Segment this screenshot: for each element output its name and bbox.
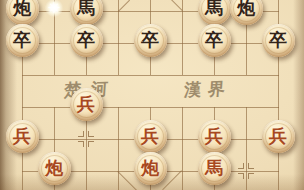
point-marker-corner	[88, 141, 94, 147]
piece-red-soldier[interactable]: 兵	[70, 88, 103, 121]
piece-red-cannon[interactable]: 炮	[134, 152, 167, 185]
point-marker-corner	[238, 163, 244, 169]
piece-black-soldier[interactable]: 卒	[70, 24, 103, 57]
point-marker	[238, 163, 254, 179]
river-label-right: 漢界	[183, 77, 233, 102]
piece-red-cannon[interactable]: 炮	[38, 152, 71, 185]
last-move-sparkle-icon: ✳	[45, 0, 63, 17]
piece-black-cannon[interactable]: 炮	[230, 0, 263, 25]
piece-red-soldier[interactable]: 兵	[6, 120, 39, 153]
grid-file-line	[182, 0, 183, 75]
xiangqi-board[interactable]: 楚河 漢界 炮馬馬炮卒卒卒卒卒兵兵兵兵兵炮炮馬✳	[0, 0, 304, 190]
piece-black-horse[interactable]: 馬	[70, 0, 103, 25]
palace-diagonal	[171, 0, 183, 11]
point-marker-corner	[78, 141, 84, 147]
point-marker-corner	[248, 163, 254, 169]
piece-black-cannon[interactable]: 炮	[6, 0, 39, 25]
palace-diagonal	[118, 0, 130, 12]
piece-black-soldier[interactable]: 卒	[6, 24, 39, 57]
piece-red-horse[interactable]: 馬	[198, 152, 231, 185]
grid-rank-line	[22, 75, 279, 76]
piece-black-horse[interactable]: 馬	[198, 0, 231, 25]
grid-file-line	[118, 107, 119, 190]
piece-red-soldier[interactable]: 兵	[134, 120, 167, 153]
point-marker	[78, 131, 94, 147]
point-marker-corner	[78, 131, 84, 137]
point-marker-corner	[248, 173, 254, 179]
piece-red-soldier[interactable]: 兵	[198, 120, 231, 153]
piece-black-soldier[interactable]: 卒	[198, 24, 231, 57]
point-marker-corner	[88, 131, 94, 137]
piece-black-soldier[interactable]: 卒	[134, 24, 167, 57]
grid-file-line	[182, 107, 183, 190]
piece-black-soldier[interactable]: 卒	[262, 24, 295, 57]
piece-red-soldier[interactable]: 兵	[262, 120, 295, 153]
point-marker-corner	[238, 173, 244, 179]
